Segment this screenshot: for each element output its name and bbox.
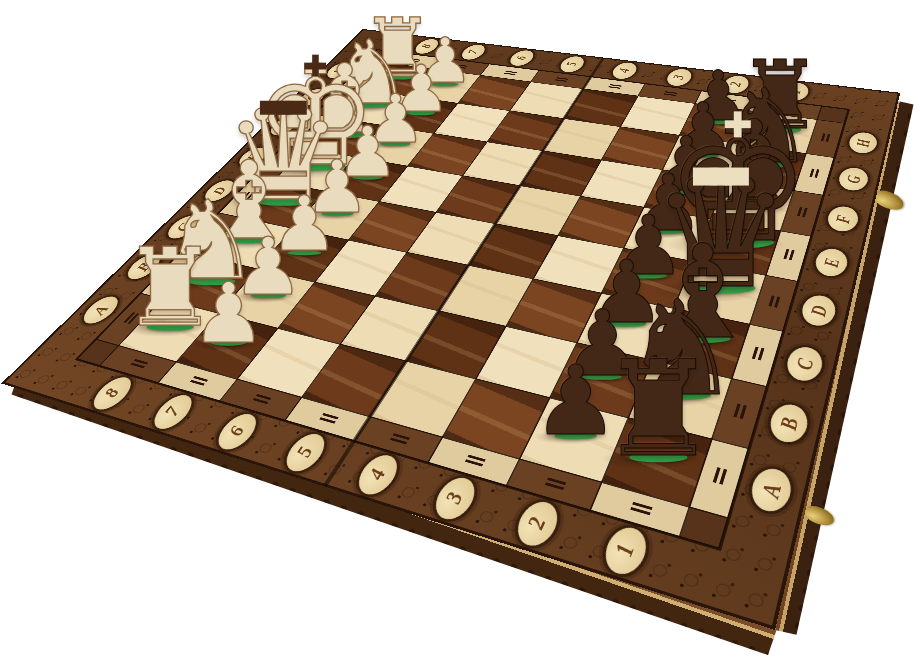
black-rook-glyph: ♜ bbox=[599, 343, 718, 476]
cross-finial bbox=[725, 111, 751, 137]
cross-finial bbox=[304, 55, 326, 77]
piece-black-rook-a1: ♜ bbox=[599, 343, 718, 476]
white-pawn-glyph: ♟ bbox=[191, 271, 266, 354]
crown-knobs bbox=[260, 100, 307, 114]
crown-knobs bbox=[693, 168, 749, 185]
product-photo-scene: 88AA77BB66CC55DD44EE33FF22GG11HH ♜♞♝♛♚♝♞… bbox=[0, 0, 920, 672]
piece-white-pawn-a7: ♟ bbox=[191, 271, 266, 354]
pieces-layer: ♜♞♝♛♚♝♞♜♟♟♟♟♟♟♟♟♟♟♟♟♟♟♟♟♜♞♝♛♚♝♞♜ bbox=[0, 0, 920, 672]
